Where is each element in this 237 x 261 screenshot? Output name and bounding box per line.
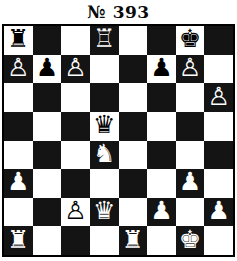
white-knight-icon: ♞	[93, 141, 115, 168]
square-g4[interactable]	[176, 141, 205, 170]
square-f5[interactable]	[147, 112, 176, 141]
square-e5[interactable]	[119, 112, 148, 141]
square-g7[interactable]: ♙	[176, 55, 205, 84]
square-a4[interactable]	[4, 141, 33, 170]
white-pawn-icon: ♟	[150, 198, 172, 225]
square-c2[interactable]: ♙	[61, 198, 90, 227]
square-h1[interactable]	[204, 226, 233, 255]
white-pawn-icon: ♟	[207, 198, 229, 225]
square-c3[interactable]	[61, 169, 90, 198]
white-pawn-icon: ♙	[64, 198, 86, 225]
black-pawn-icon: ♙	[7, 55, 29, 82]
square-b3[interactable]	[33, 169, 62, 198]
black-queen-icon: ♛	[93, 112, 115, 139]
square-b1[interactable]	[33, 226, 62, 255]
square-b4[interactable]	[33, 141, 62, 170]
square-d4[interactable]: ♞	[90, 141, 119, 170]
square-e3[interactable]	[119, 169, 148, 198]
square-a5[interactable]	[4, 112, 33, 141]
square-h4[interactable]	[204, 141, 233, 170]
chess-board: ♜♖♚♙♟♙♟♙♙♛♞♟♟♙♛♟♟♜♜♚	[2, 24, 235, 257]
square-f4[interactable]	[147, 141, 176, 170]
square-h5[interactable]	[204, 112, 233, 141]
black-pawn-icon: ♙	[207, 83, 229, 110]
white-queen-icon: ♛	[93, 198, 115, 225]
square-d7[interactable]	[90, 55, 119, 84]
square-e1[interactable]: ♜	[119, 226, 148, 255]
square-a3[interactable]: ♟	[4, 169, 33, 198]
black-pawn-icon: ♟	[150, 55, 172, 82]
square-h6[interactable]: ♙	[204, 83, 233, 112]
square-f8[interactable]	[147, 26, 176, 55]
square-h8[interactable]	[204, 26, 233, 55]
square-a2[interactable]	[4, 198, 33, 227]
square-c5[interactable]	[61, 112, 90, 141]
square-b6[interactable]	[33, 83, 62, 112]
square-e6[interactable]	[119, 83, 148, 112]
square-d8[interactable]: ♖	[90, 26, 119, 55]
white-rook-icon: ♜	[7, 226, 29, 253]
black-king-icon: ♚	[179, 26, 201, 53]
square-h2[interactable]: ♟	[204, 198, 233, 227]
square-d6[interactable]	[90, 83, 119, 112]
square-g3[interactable]: ♟	[176, 169, 205, 198]
square-a7[interactable]: ♙	[4, 55, 33, 84]
square-c8[interactable]	[61, 26, 90, 55]
square-a1[interactable]: ♜	[4, 226, 33, 255]
white-pawn-icon: ♟	[7, 169, 29, 196]
square-c1[interactable]	[61, 226, 90, 255]
square-f1[interactable]	[147, 226, 176, 255]
square-d3[interactable]	[90, 169, 119, 198]
square-e8[interactable]	[119, 26, 148, 55]
square-e4[interactable]	[119, 141, 148, 170]
square-c7[interactable]: ♙	[61, 55, 90, 84]
black-pawn-icon: ♟	[36, 55, 58, 82]
puzzle-number-title: № 393	[0, 0, 237, 24]
puzzle-page: № 393 ♜♖♚♙♟♙♟♙♙♛♞♟♟♙♛♟♟♜♜♚	[0, 0, 237, 261]
square-g6[interactable]	[176, 83, 205, 112]
square-c4[interactable]	[61, 141, 90, 170]
square-c6[interactable]	[61, 83, 90, 112]
square-d5[interactable]: ♛	[90, 112, 119, 141]
square-g5[interactable]	[176, 112, 205, 141]
square-f2[interactable]: ♟	[147, 198, 176, 227]
square-f7[interactable]: ♟	[147, 55, 176, 84]
square-e7[interactable]	[119, 55, 148, 84]
square-f6[interactable]	[147, 83, 176, 112]
square-g1[interactable]: ♚	[176, 226, 205, 255]
white-king-icon: ♚	[179, 226, 201, 253]
square-g2[interactable]	[176, 198, 205, 227]
white-pawn-icon: ♟	[179, 169, 201, 196]
black-rook-icon: ♜	[7, 26, 29, 53]
square-g8[interactable]: ♚	[176, 26, 205, 55]
square-b2[interactable]	[33, 198, 62, 227]
white-rook-icon: ♜	[122, 226, 144, 253]
black-rook-icon: ♖	[93, 26, 115, 53]
square-d2[interactable]: ♛	[90, 198, 119, 227]
square-a6[interactable]	[4, 83, 33, 112]
square-h7[interactable]	[204, 55, 233, 84]
square-a8[interactable]: ♜	[4, 26, 33, 55]
square-b7[interactable]: ♟	[33, 55, 62, 84]
square-b8[interactable]	[33, 26, 62, 55]
square-b5[interactable]	[33, 112, 62, 141]
square-h3[interactable]	[204, 169, 233, 198]
square-e2[interactable]	[119, 198, 148, 227]
black-pawn-icon: ♙	[179, 55, 201, 82]
black-pawn-icon: ♙	[64, 55, 86, 82]
square-f3[interactable]	[147, 169, 176, 198]
square-d1[interactable]	[90, 226, 119, 255]
